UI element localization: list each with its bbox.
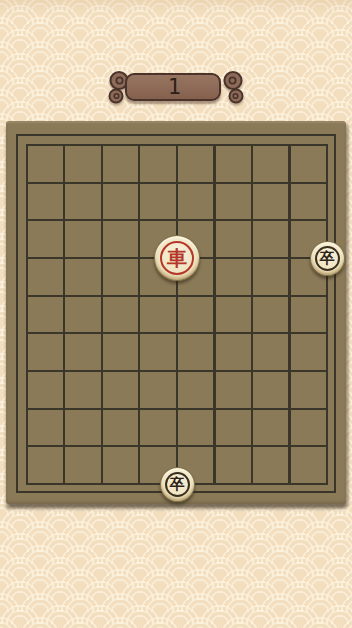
xiangqi-board[interactable]: 車卒卒 <box>6 121 346 504</box>
level-banner: 1 <box>0 66 352 112</box>
piece-red-chariot[interactable]: 車 <box>154 235 200 281</box>
piece-glyph: 車 <box>167 248 187 268</box>
level-number: 1 <box>168 77 182 98</box>
piece-black-soldier[interactable]: 卒 <box>310 241 345 276</box>
piece-glyph: 卒 <box>170 477 185 492</box>
banner-scroll-right-icon <box>218 66 248 110</box>
piece-black-soldier[interactable]: 卒 <box>160 467 195 502</box>
level-banner-body: 1 <box>125 73 221 101</box>
board-grid[interactable] <box>26 144 328 485</box>
game-screen: 1 車卒卒 <box>0 0 352 628</box>
piece-glyph: 卒 <box>320 251 335 266</box>
